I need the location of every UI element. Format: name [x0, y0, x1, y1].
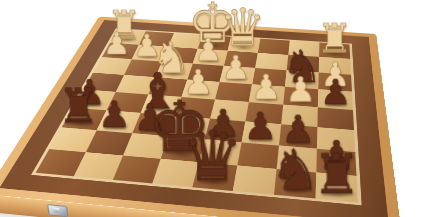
chess-board-scene: ♜♚♛♜♟♟♟♞♟♞♟♟♟♟♟♟♝♜♟♟♟♟♟♚♟♛♞♜ [0, 0, 430, 217]
black-pawn: ♟ [320, 74, 351, 109]
black-pawn: ♟ [98, 96, 131, 133]
black-rook: ♜ [58, 83, 100, 130]
black-queen: ♛ [182, 122, 244, 191]
white-pawn: ♟ [285, 72, 316, 107]
square-g1: ♞ [274, 169, 316, 199]
square-h1: ♜ [316, 172, 358, 202]
black-rook: ♜ [313, 147, 362, 201]
metal-latch-icon [47, 204, 69, 217]
chess-board: ♜♚♛♜♟♟♟♞♟♞♟♟♟♟♟♟♝♜♟♟♟♟♟♚♟♛♞♜ [0, 17, 402, 217]
white-pawn: ♟ [251, 69, 282, 103]
white-rook: ♜ [317, 19, 353, 59]
white-pawn: ♟ [194, 34, 222, 65]
square-h5: ♟ [318, 89, 353, 110]
square-f5: ♟ [249, 84, 285, 104]
white-pawn: ♟ [221, 51, 250, 84]
white-queen: ♛ [220, 2, 266, 53]
product-photo-chess-set: ♜♚♛♜♟♟♟♞♟♞♟♟♟♟♟♟♝♜♟♟♟♟♟♚♟♛♞♜ [0, 0, 430, 217]
white-pawn: ♟ [103, 28, 131, 59]
square-g5: ♟ [283, 87, 318, 108]
square-e1: ♛ [192, 162, 237, 191]
